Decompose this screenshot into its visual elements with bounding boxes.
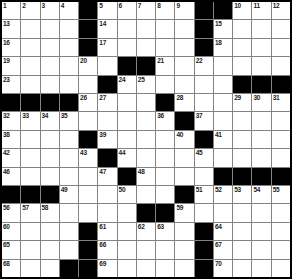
cell-r7c4[interactable]: 35 [60, 112, 78, 129]
cell-r3c2[interactable] [21, 39, 39, 56]
clue-number-69: 69 [99, 260, 106, 267]
cell-r9c11[interactable]: 45 [195, 149, 213, 166]
cell-r15c3[interactable] [41, 260, 59, 277]
clue-number-49: 49 [61, 186, 68, 193]
clue-number-47: 47 [99, 168, 106, 175]
cell-r6c7[interactable] [118, 94, 136, 111]
cell-r10c9[interactable] [156, 168, 174, 185]
cell-r1c6[interactable]: 5 [98, 2, 116, 19]
cell-r4c11[interactable]: 22 [195, 57, 213, 74]
cell-r7c13[interactable] [233, 112, 251, 129]
clue-number-41: 41 [215, 131, 222, 138]
cell-r5c7[interactable]: 24 [118, 76, 136, 93]
cell-r2c14[interactable] [252, 20, 270, 37]
cell-r7c1[interactable]: 32 [2, 112, 20, 129]
black-cell-r13c11 [195, 223, 213, 240]
cell-r2c9[interactable] [156, 20, 174, 37]
cell-r7c8[interactable] [137, 112, 155, 129]
cell-r8c2[interactable] [21, 131, 39, 148]
cell-r1c7[interactable]: 6 [118, 2, 136, 19]
cell-r6c13[interactable]: 29 [233, 94, 251, 111]
clue-number-37: 37 [196, 112, 203, 119]
black-cell-r8c5 [79, 131, 97, 148]
cell-r3c15[interactable] [272, 39, 290, 56]
cell-r7c5[interactable] [79, 112, 97, 129]
clue-number-42: 42 [3, 149, 10, 156]
clue-number-22: 22 [196, 57, 203, 64]
clue-number-7: 7 [138, 2, 141, 9]
cell-r4c1[interactable]: 19 [2, 57, 20, 74]
cell-r6c6[interactable]: 27 [98, 94, 116, 111]
black-cell-r13c5 [79, 223, 97, 240]
cell-r9c1[interactable]: 42 [2, 149, 20, 166]
clue-number-21: 21 [157, 57, 164, 64]
clue-number-24: 24 [119, 76, 126, 83]
cell-r9c10[interactable] [175, 149, 193, 166]
black-cell-r3c5 [79, 39, 97, 56]
cell-r11c14[interactable]: 54 [252, 186, 270, 203]
cell-r10c2[interactable] [21, 168, 39, 185]
cell-r5c4[interactable] [60, 76, 78, 93]
cell-r13c14[interactable] [252, 223, 270, 240]
black-cell-r10c12 [214, 168, 232, 185]
cell-r12c5[interactable] [79, 204, 97, 221]
cell-r3c13[interactable] [233, 39, 251, 56]
clue-number-55: 55 [273, 186, 280, 193]
clue-number-39: 39 [99, 131, 106, 138]
clue-number-23: 23 [3, 76, 10, 83]
cell-r11c7[interactable]: 50 [118, 186, 136, 203]
crossword-grid: 1234567891011121314151617181920212223242… [0, 0, 292, 279]
black-cell-r8c11 [195, 131, 213, 148]
clue-number-38: 38 [3, 131, 10, 138]
cell-r8c6[interactable]: 39 [98, 131, 116, 148]
cell-r8c9[interactable] [156, 131, 174, 148]
cell-r3c9[interactable] [156, 39, 174, 56]
cell-r1c13[interactable]: 10 [233, 2, 251, 19]
cell-r1c4[interactable]: 4 [60, 2, 78, 19]
cell-r4c15[interactable] [272, 57, 290, 74]
cell-r9c9[interactable] [156, 149, 174, 166]
cell-r2c10[interactable] [175, 20, 193, 37]
cell-r7c6[interactable] [98, 112, 116, 129]
clue-number-56: 56 [3, 204, 10, 211]
black-cell-r6c4 [60, 94, 78, 111]
clue-number-30: 30 [253, 94, 260, 101]
black-cell-r12c8 [137, 204, 155, 221]
cell-r8c13[interactable] [233, 131, 251, 148]
cell-r4c13[interactable] [233, 57, 251, 74]
cell-r15c14[interactable] [252, 260, 270, 277]
cell-r6c8[interactable] [137, 94, 155, 111]
clue-number-12: 12 [273, 2, 280, 9]
clue-number-33: 33 [22, 112, 29, 119]
clue-number-57: 57 [22, 204, 29, 211]
cell-r2c1[interactable]: 13 [2, 20, 20, 37]
cell-r2c15[interactable] [272, 20, 290, 37]
black-cell-r15c5 [79, 260, 97, 277]
black-cell-r5c14 [252, 76, 270, 93]
clue-number-32: 32 [3, 112, 10, 119]
cell-r9c7[interactable]: 44 [118, 149, 136, 166]
clue-number-59: 59 [176, 204, 183, 211]
clue-number-29: 29 [234, 94, 241, 101]
cell-r3c3[interactable] [41, 39, 59, 56]
black-cell-r10c14 [252, 168, 270, 185]
black-cell-r2c11 [195, 20, 213, 37]
cell-r12c10[interactable]: 59 [175, 204, 193, 221]
cell-r5c2[interactable] [21, 76, 39, 93]
black-cell-r10c13 [233, 168, 251, 185]
cell-r12c11[interactable] [195, 204, 213, 221]
cell-r5c1[interactable]: 23 [2, 76, 20, 93]
cell-r11c6[interactable] [98, 186, 116, 203]
cell-r14c6[interactable]: 66 [98, 241, 116, 258]
clue-number-16: 16 [3, 39, 10, 46]
cell-r4c10[interactable] [175, 57, 193, 74]
black-cell-r5c6 [98, 76, 116, 93]
cell-r1c14[interactable]: 11 [252, 2, 270, 19]
clue-number-34: 34 [42, 112, 49, 119]
black-cell-r5c15 [272, 76, 290, 93]
cell-r8c15[interactable] [272, 131, 290, 148]
cell-r4c5[interactable]: 20 [79, 57, 97, 74]
cell-r2c6[interactable]: 14 [98, 20, 116, 37]
cell-r15c6[interactable]: 69 [98, 260, 116, 277]
black-cell-r4c8 [137, 57, 155, 74]
cell-r10c3[interactable] [41, 168, 59, 185]
clue-number-43: 43 [80, 149, 87, 156]
cell-r15c2[interactable] [21, 260, 39, 277]
cell-r15c12[interactable]: 70 [214, 260, 232, 277]
cell-r1c9[interactable]: 8 [156, 2, 174, 19]
clue-number-20: 20 [80, 57, 87, 64]
black-cell-r12c9 [156, 204, 174, 221]
cell-r7c2[interactable]: 33 [21, 112, 39, 129]
cell-r13c2[interactable] [21, 223, 39, 240]
cell-r1c2[interactable]: 2 [21, 2, 39, 19]
black-cell-r3c11 [195, 39, 213, 56]
clue-number-62: 62 [138, 223, 145, 230]
cell-r14c7[interactable] [118, 241, 136, 258]
clue-number-63: 63 [157, 223, 164, 230]
cell-r13c9[interactable]: 63 [156, 223, 174, 240]
black-cell-r14c5 [79, 241, 97, 258]
clue-number-17: 17 [99, 39, 106, 46]
cell-r11c8[interactable] [137, 186, 155, 203]
cell-r9c12[interactable] [214, 149, 232, 166]
black-cell-r6c1 [2, 94, 20, 111]
cell-r13c4[interactable] [60, 223, 78, 240]
cell-r7c3[interactable]: 34 [41, 112, 59, 129]
black-cell-r14c11 [195, 241, 213, 258]
cell-r5c10[interactable] [175, 76, 193, 93]
cell-r15c8[interactable] [137, 260, 155, 277]
clue-number-26: 26 [80, 94, 87, 101]
cell-r6c10[interactable]: 28 [175, 94, 193, 111]
clue-number-70: 70 [215, 260, 222, 267]
cell-r3c6[interactable]: 17 [98, 39, 116, 56]
clue-number-27: 27 [99, 94, 106, 101]
cell-r12c6[interactable] [98, 204, 116, 221]
cell-r3c4[interactable] [60, 39, 78, 56]
clue-number-58: 58 [42, 204, 49, 211]
cell-r8c1[interactable]: 38 [2, 131, 20, 148]
cell-r5c9[interactable] [156, 76, 174, 93]
cell-r5c5[interactable] [79, 76, 97, 93]
cell-r1c10[interactable]: 9 [175, 2, 193, 19]
clue-number-31: 31 [273, 94, 280, 101]
cell-r12c15[interactable] [272, 204, 290, 221]
cell-r2c8[interactable] [137, 20, 155, 37]
cell-r12c2[interactable]: 57 [21, 204, 39, 221]
clue-number-13: 13 [3, 20, 10, 27]
clue-number-10: 10 [234, 2, 241, 9]
clue-number-18: 18 [215, 39, 222, 46]
cell-r7c12[interactable] [214, 112, 232, 129]
cell-r13c13[interactable] [233, 223, 251, 240]
cell-r15c10[interactable] [175, 260, 193, 277]
cell-r11c11[interactable]: 51 [195, 186, 213, 203]
cell-r6c12[interactable] [214, 94, 232, 111]
cell-r9c15[interactable] [272, 149, 290, 166]
black-cell-r7c10 [175, 112, 193, 129]
cell-r3c12[interactable]: 18 [214, 39, 232, 56]
cell-r13c8[interactable]: 62 [137, 223, 155, 240]
cell-r3c1[interactable]: 16 [2, 39, 20, 56]
clue-number-50: 50 [119, 186, 126, 193]
cell-r9c13[interactable] [233, 149, 251, 166]
clue-number-6: 6 [119, 2, 122, 9]
black-cell-r2c5 [79, 20, 97, 37]
black-cell-r15c4 [60, 260, 78, 277]
clue-number-14: 14 [99, 20, 106, 27]
cell-r4c14[interactable] [252, 57, 270, 74]
cell-r11c9[interactable] [156, 186, 174, 203]
cell-r13c12[interactable]: 64 [214, 223, 232, 240]
cell-r2c4[interactable] [60, 20, 78, 37]
cell-r3c8[interactable] [137, 39, 155, 56]
clue-number-65: 65 [3, 241, 10, 248]
cell-r4c12[interactable] [214, 57, 232, 74]
cell-r9c8[interactable] [137, 149, 155, 166]
clue-number-45: 45 [196, 149, 203, 156]
clue-number-51: 51 [196, 186, 203, 193]
clue-number-25: 25 [138, 76, 145, 83]
cell-r7c15[interactable] [272, 112, 290, 129]
cell-r9c5[interactable]: 43 [79, 149, 97, 166]
black-cell-r6c9 [156, 94, 174, 111]
cell-r4c4[interactable] [60, 57, 78, 74]
cell-r6c11[interactable] [195, 94, 213, 111]
clue-number-48: 48 [138, 168, 145, 175]
cell-r6c15[interactable]: 31 [272, 94, 290, 111]
cell-r10c8[interactable]: 48 [137, 168, 155, 185]
black-cell-r1c11 [195, 2, 213, 19]
clue-number-1: 1 [3, 2, 6, 9]
cell-r10c1[interactable]: 46 [2, 168, 20, 185]
black-cell-r11c10 [175, 186, 193, 203]
cell-r14c4[interactable] [60, 241, 78, 258]
cell-r12c13[interactable] [233, 204, 251, 221]
cell-r2c3[interactable] [41, 20, 59, 37]
cell-r10c11[interactable] [195, 168, 213, 185]
cell-r11c13[interactable]: 53 [233, 186, 251, 203]
cell-r14c2[interactable] [21, 241, 39, 258]
clue-number-66: 66 [99, 241, 106, 248]
cell-r14c12[interactable]: 67 [214, 241, 232, 258]
clue-number-52: 52 [215, 186, 222, 193]
black-cell-r10c15 [272, 168, 290, 185]
cell-r11c5[interactable] [79, 186, 97, 203]
cell-r4c6[interactable] [98, 57, 116, 74]
clue-number-15: 15 [215, 20, 222, 27]
clue-number-8: 8 [157, 2, 160, 9]
cell-r5c8[interactable]: 25 [137, 76, 155, 93]
cell-r1c15[interactable]: 12 [272, 2, 290, 19]
black-cell-r10c7 [118, 168, 136, 185]
cell-r9c2[interactable] [21, 149, 39, 166]
cell-r15c1[interactable]: 68 [2, 260, 20, 277]
cell-r9c4[interactable] [60, 149, 78, 166]
cell-r13c1[interactable]: 60 [2, 223, 20, 240]
clue-number-3: 3 [42, 2, 45, 9]
cell-r10c6[interactable]: 47 [98, 168, 116, 185]
cell-r7c7[interactable] [118, 112, 136, 129]
black-cell-r11c3 [41, 186, 59, 203]
clue-number-28: 28 [176, 94, 183, 101]
cell-r11c12[interactable]: 52 [214, 186, 232, 203]
cell-r4c2[interactable] [21, 57, 39, 74]
clue-number-9: 9 [176, 2, 179, 9]
cell-r12c4[interactable] [60, 204, 78, 221]
clue-number-46: 46 [3, 168, 10, 175]
cell-r15c13[interactable] [233, 260, 251, 277]
black-cell-r15c11 [195, 260, 213, 277]
cell-r11c4[interactable]: 49 [60, 186, 78, 203]
black-cell-r6c3 [41, 94, 59, 111]
cell-r2c2[interactable] [21, 20, 39, 37]
cell-r5c3[interactable] [41, 76, 59, 93]
cell-r12c3[interactable]: 58 [41, 204, 59, 221]
cell-r1c3[interactable]: 3 [41, 2, 59, 19]
cell-r3c7[interactable] [118, 39, 136, 56]
cell-r10c5[interactable] [79, 168, 97, 185]
crossword-puzzle: 1234567891011121314151617181920212223242… [0, 0, 292, 279]
cell-r11c15[interactable]: 55 [272, 186, 290, 203]
cell-r12c14[interactable] [252, 204, 270, 221]
cell-r14c1[interactable]: 65 [2, 241, 20, 258]
clue-number-61: 61 [99, 223, 106, 230]
black-cell-r6c2 [21, 94, 39, 111]
clue-number-19: 19 [3, 57, 10, 64]
clue-number-53: 53 [234, 186, 241, 193]
cell-r12c1[interactable]: 56 [2, 204, 20, 221]
clue-number-44: 44 [119, 149, 126, 156]
cell-r3c10[interactable] [175, 39, 193, 56]
clue-number-60: 60 [3, 223, 10, 230]
cell-r14c8[interactable] [137, 241, 155, 258]
cell-r10c10[interactable] [175, 168, 193, 185]
clue-number-54: 54 [253, 186, 260, 193]
cell-r10c4[interactable] [60, 168, 78, 185]
cell-r14c15[interactable] [272, 241, 290, 258]
cell-r15c7[interactable] [118, 260, 136, 277]
cell-r13c15[interactable] [272, 223, 290, 240]
cell-r6c5[interactable]: 26 [79, 94, 97, 111]
clue-number-35: 35 [61, 112, 68, 119]
cell-r14c9[interactable] [156, 241, 174, 258]
cell-r8c7[interactable] [118, 131, 136, 148]
cell-r2c13[interactable] [233, 20, 251, 37]
cell-r5c12[interactable] [214, 76, 232, 93]
clue-number-5: 5 [99, 2, 102, 9]
cell-r14c3[interactable] [41, 241, 59, 258]
cell-r12c7[interactable] [118, 204, 136, 221]
clue-number-4: 4 [61, 2, 64, 9]
cell-r14c13[interactable] [233, 241, 251, 258]
cell-r9c3[interactable] [41, 149, 59, 166]
cell-r13c10[interactable] [175, 223, 193, 240]
black-cell-r5c13 [233, 76, 251, 93]
cell-r2c7[interactable] [118, 20, 136, 37]
cell-r6c14[interactable]: 30 [252, 94, 270, 111]
cell-r8c14[interactable] [252, 131, 270, 148]
clue-number-36: 36 [157, 112, 164, 119]
cell-r14c10[interactable] [175, 241, 193, 258]
cell-r2c12[interactable]: 15 [214, 20, 232, 37]
cell-r13c6[interactable]: 61 [98, 223, 116, 240]
cell-r1c1[interactable]: 1 [2, 2, 20, 19]
black-cell-r4c7 [118, 57, 136, 74]
cell-r4c9[interactable]: 21 [156, 57, 174, 74]
black-cell-r1c12 [214, 2, 232, 19]
clue-number-2: 2 [22, 2, 25, 9]
clue-number-68: 68 [3, 260, 10, 267]
black-cell-r11c2 [21, 186, 39, 203]
cell-r13c3[interactable] [41, 223, 59, 240]
cell-r14c14[interactable] [252, 241, 270, 258]
cell-r12c12[interactable] [214, 204, 232, 221]
cell-r1c8[interactable]: 7 [137, 2, 155, 19]
cell-r5c11[interactable] [195, 76, 213, 93]
black-cell-r11c1 [2, 186, 20, 203]
cell-r8c8[interactable] [137, 131, 155, 148]
cell-r7c9[interactable]: 36 [156, 112, 174, 129]
clue-number-40: 40 [176, 131, 183, 138]
cell-r13c7[interactable] [118, 223, 136, 240]
cell-r7c14[interactable] [252, 112, 270, 129]
cell-r8c3[interactable] [41, 131, 59, 148]
cell-r3c14[interactable] [252, 39, 270, 56]
clue-number-11: 11 [253, 2, 259, 9]
cell-r15c15[interactable] [272, 260, 290, 277]
clue-number-64: 64 [215, 223, 222, 230]
clue-number-67: 67 [215, 241, 222, 248]
cell-r8c4[interactable] [60, 131, 78, 148]
black-cell-r1c5 [79, 2, 97, 19]
cell-r7c11[interactable]: 37 [195, 112, 213, 129]
cell-r8c10[interactable]: 40 [175, 131, 193, 148]
black-cell-r9c6 [98, 149, 116, 166]
cell-r8c12[interactable]: 41 [214, 131, 232, 148]
cell-r15c9[interactable] [156, 260, 174, 277]
cell-r4c3[interactable] [41, 57, 59, 74]
cell-r9c14[interactable] [252, 149, 270, 166]
